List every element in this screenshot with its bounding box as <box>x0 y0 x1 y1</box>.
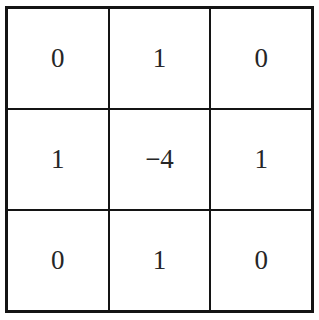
grid-cell-r1c0: 1 <box>7 109 109 210</box>
grid-cell-r1c2: 1 <box>210 109 312 210</box>
grid-cell-r0c1: 1 <box>109 8 211 109</box>
grid-cell-r0c2: 0 <box>210 8 312 109</box>
grid-cell-r2c1: 1 <box>109 210 211 311</box>
grid-cell-r2c0: 0 <box>7 210 109 311</box>
grid-cell-r2c2: 0 <box>210 210 312 311</box>
kernel-grid: 0 1 0 1 −4 1 0 1 0 <box>5 6 314 313</box>
grid-cell-r1c1: −4 <box>109 109 211 210</box>
grid-cell-r0c0: 0 <box>7 8 109 109</box>
kernel-diagram: 0 1 0 1 −4 1 0 1 0 <box>0 0 319 320</box>
